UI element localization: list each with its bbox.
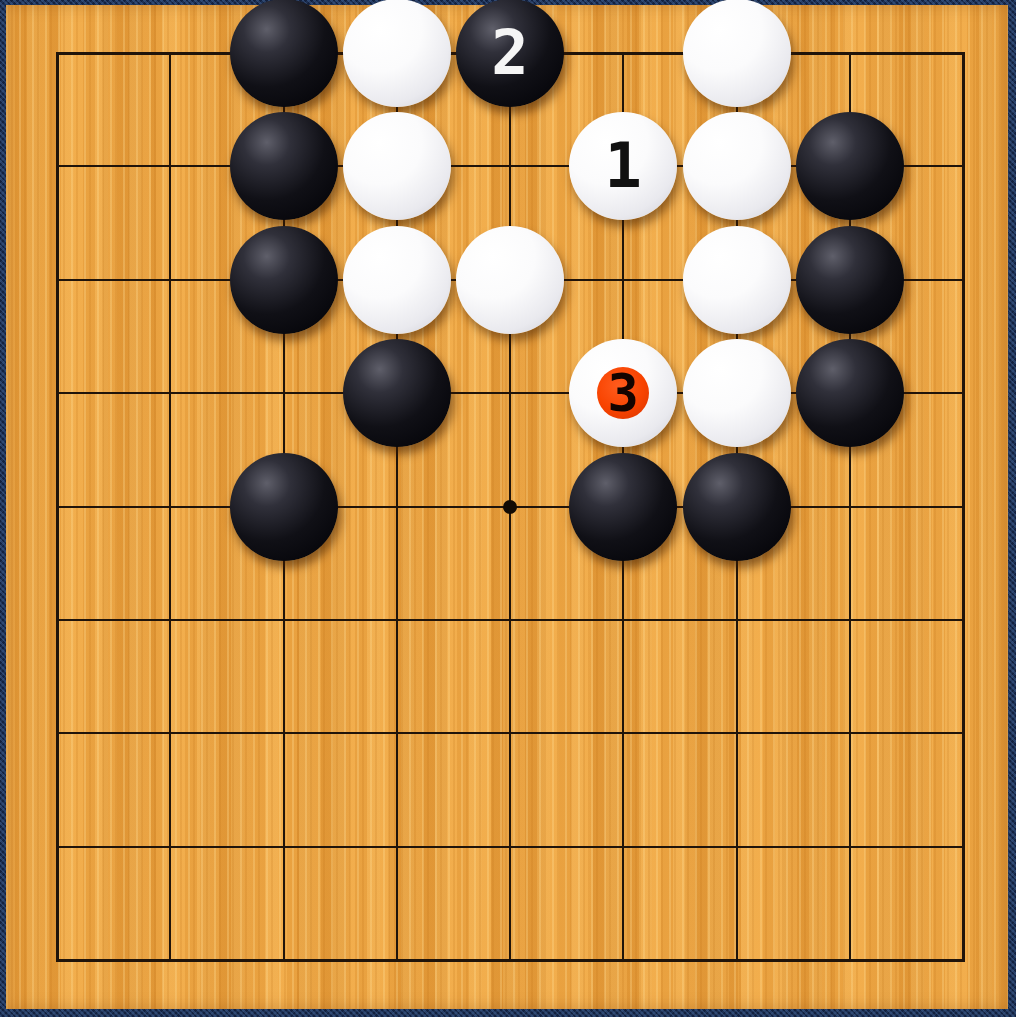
black-stone-h3: [796, 226, 904, 334]
intersection-c4[interactable]: [227, 337, 340, 450]
white-stone-g4: [683, 339, 791, 447]
black-stone-h4: [796, 339, 904, 447]
intersection-i9[interactable]: [906, 904, 1016, 1017]
black-stone-c5: [230, 453, 338, 561]
intersection-d9[interactable]: [340, 904, 453, 1017]
intersection-h9[interactable]: [793, 904, 906, 1017]
board-frame: 213: [0, 0, 1016, 1017]
white-stone-d2: [343, 112, 451, 220]
intersection-a7[interactable]: [0, 677, 113, 790]
intersection-h1[interactable]: [793, 0, 906, 110]
intersection-b5[interactable]: [113, 451, 226, 564]
intersection-a1[interactable]: [0, 0, 113, 110]
intersection-d5[interactable]: [340, 451, 453, 564]
intersection-b1[interactable]: [113, 0, 226, 110]
intersection-h8[interactable]: [793, 791, 906, 904]
intersection-e2[interactable]: [453, 110, 566, 223]
intersection-a2[interactable]: [0, 110, 113, 223]
white-stone-d3: [343, 226, 451, 334]
intersection-a9[interactable]: [0, 904, 113, 1017]
black-stone-g5: [683, 453, 791, 561]
intersection-d8[interactable]: [340, 791, 453, 904]
intersection-h5[interactable]: [793, 451, 906, 564]
move-number-label: 2: [491, 22, 528, 84]
intersection-c8[interactable]: [227, 791, 340, 904]
intersection-a3[interactable]: [0, 224, 113, 337]
intersection-f8[interactable]: [566, 791, 679, 904]
intersection-h7[interactable]: [793, 677, 906, 790]
black-stone-c2: [230, 112, 338, 220]
intersection-b7[interactable]: [113, 677, 226, 790]
intersection-c9[interactable]: [227, 904, 340, 1017]
intersection-f3[interactable]: [566, 224, 679, 337]
intersection-g9[interactable]: [680, 904, 793, 1017]
white-stone-d1: [343, 0, 451, 107]
white-stone-f2: 1: [569, 112, 677, 220]
move-number-label: 1: [605, 135, 642, 197]
intersection-f7[interactable]: [566, 677, 679, 790]
intersection-b2[interactable]: [113, 110, 226, 223]
intersection-i3[interactable]: [906, 224, 1016, 337]
intersection-a8[interactable]: [0, 791, 113, 904]
intersection-d6[interactable]: [340, 564, 453, 677]
intersection-i5[interactable]: [906, 451, 1016, 564]
black-stone-e1: 2: [456, 0, 564, 107]
intersection-f1[interactable]: [566, 0, 679, 110]
black-stone-f5: [569, 453, 677, 561]
intersection-g6[interactable]: [680, 564, 793, 677]
black-stone-c1: [230, 0, 338, 107]
black-stone-d4: [343, 339, 451, 447]
intersection-i8[interactable]: [906, 791, 1016, 904]
intersection-d7[interactable]: [340, 677, 453, 790]
intersection-b8[interactable]: [113, 791, 226, 904]
intersection-b6[interactable]: [113, 564, 226, 677]
intersection-b4[interactable]: [113, 337, 226, 450]
intersection-a6[interactable]: [0, 564, 113, 677]
white-stone-g3: [683, 226, 791, 334]
last-move-marker: 3: [597, 367, 649, 419]
white-stone-f4: 3: [569, 339, 677, 447]
intersection-f6[interactable]: [566, 564, 679, 677]
intersection-e4[interactable]: [453, 337, 566, 450]
intersection-b3[interactable]: [113, 224, 226, 337]
intersection-i2[interactable]: [906, 110, 1016, 223]
intersection-i1[interactable]: [906, 0, 1016, 110]
intersection-e5[interactable]: [453, 451, 566, 564]
intersection-g8[interactable]: [680, 791, 793, 904]
black-stone-h2: [796, 112, 904, 220]
intersection-i7[interactable]: [906, 677, 1016, 790]
intersection-c6[interactable]: [227, 564, 340, 677]
intersection-h6[interactable]: [793, 564, 906, 677]
move-number-label: 3: [608, 367, 639, 419]
intersection-e6[interactable]: [453, 564, 566, 677]
intersection-i6[interactable]: [906, 564, 1016, 677]
intersection-i4[interactable]: [906, 337, 1016, 450]
intersection-g7[interactable]: [680, 677, 793, 790]
intersection-b9[interactable]: [113, 904, 226, 1017]
intersection-a5[interactable]: [0, 451, 113, 564]
intersection-a4[interactable]: [0, 337, 113, 450]
black-stone-c3: [230, 226, 338, 334]
intersection-e9[interactable]: [453, 904, 566, 1017]
intersection-e8[interactable]: [453, 791, 566, 904]
white-stone-e3: [456, 226, 564, 334]
intersection-f9[interactable]: [566, 904, 679, 1017]
intersection-c7[interactable]: [227, 677, 340, 790]
white-stone-g1: [683, 0, 791, 107]
intersection-e7[interactable]: [453, 677, 566, 790]
white-stone-g2: [683, 112, 791, 220]
